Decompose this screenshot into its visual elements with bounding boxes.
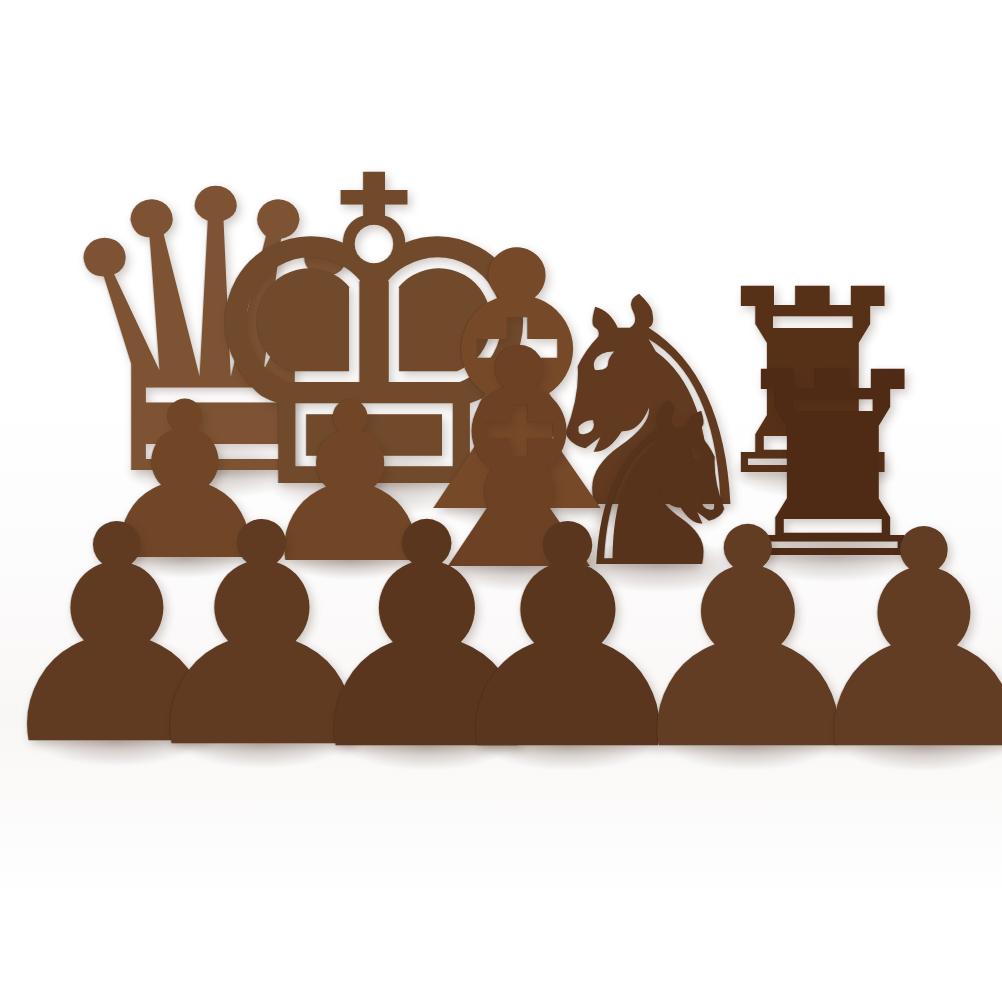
pawn-piece: ♟ [790, 492, 1002, 792]
piece-layer: ♛♜♚♞♝♜♟♟♞♝♟♟♟♟♟♟ [0, 0, 1002, 1002]
chess-set-photo: ♛♜♚♞♝♜♟♟♞♝♟♟♟♟♟♟ [0, 0, 1002, 1002]
